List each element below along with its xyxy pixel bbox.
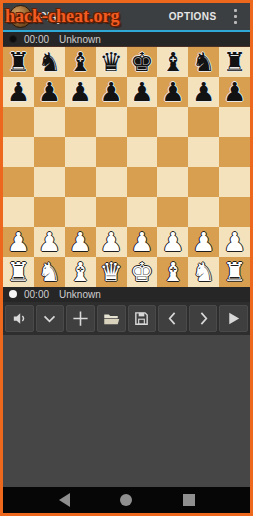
white-knight-piece: ♞ [38,257,61,287]
square-a7[interactable]: ♟ [3,77,34,107]
play-icon [225,310,242,327]
square-a5[interactable] [3,137,34,167]
white-pawn-piece: ♟ [7,227,30,257]
square-h5[interactable] [219,137,250,167]
recents-square-icon [183,494,195,506]
square-f4[interactable] [157,167,188,197]
square-d8[interactable]: ♛ [96,47,127,77]
square-c7[interactable]: ♟ [65,77,96,107]
black-rook-piece: ♜ [7,47,30,77]
black-bishop-piece: ♝ [69,47,92,77]
square-e4[interactable] [127,167,158,197]
square-h1[interactable]: ♜ [219,257,250,287]
player-bar-white: 00:00 Unknown [3,286,250,302]
back-triangle-icon [59,493,70,507]
black-side-dot [9,35,17,43]
page-title: Play [38,9,63,24]
square-h7[interactable]: ♟ [219,77,250,107]
square-h3[interactable] [219,197,250,227]
nav-back-button[interactable] [44,493,84,507]
square-g7[interactable]: ♟ [188,77,219,107]
square-a8[interactable]: ♜ [3,47,34,77]
square-b2[interactable]: ♟ [34,227,65,257]
square-h8[interactable]: ♜ [219,47,250,77]
square-f5[interactable] [157,137,188,167]
square-a1[interactable]: ♜ [3,257,34,287]
player-bar-black: 00:00 Unknown [3,32,250,46]
square-f8[interactable]: ♝ [157,47,188,77]
empty-panel [3,335,250,487]
chevron-right-icon [195,310,212,327]
overflow-menu-icon[interactable] [227,4,247,30]
white-pawn-piece: ♟ [192,227,215,257]
square-e3[interactable] [127,197,158,227]
white-queen-piece: ♛ [99,257,122,287]
square-d2[interactable]: ♟ [96,227,127,257]
new-game-button[interactable] [66,305,95,332]
plus-icon [71,309,90,328]
black-knight-piece: ♞ [192,47,215,77]
square-c2[interactable]: ♟ [65,227,96,257]
square-d3[interactable] [96,197,127,227]
square-g2[interactable]: ♟ [188,227,219,257]
nav-home-button[interactable] [106,494,146,506]
square-g4[interactable] [188,167,219,197]
white-pawn-piece: ♟ [130,227,153,257]
black-queen-piece: ♛ [99,47,122,77]
square-g6[interactable] [188,107,219,137]
square-b6[interactable] [34,107,65,137]
white-pawn-piece: ♟ [161,227,184,257]
square-d6[interactable] [96,107,127,137]
app-window: hack-cheat.org ♞ Play OPTIONS 00:00 Unkn… [0,0,253,516]
black-pawn-piece: ♟ [223,77,246,107]
white-clock: 00:00 [24,289,49,300]
square-a3[interactable] [3,197,34,227]
save-button[interactable] [128,305,157,332]
square-c1[interactable]: ♝ [65,257,96,287]
square-h4[interactable] [219,167,250,197]
white-rook-piece: ♜ [223,257,246,287]
white-knight-piece: ♞ [192,257,215,287]
square-e7[interactable]: ♟ [127,77,158,107]
black-rook-piece: ♜ [223,47,246,77]
black-player-name: Unknown [59,34,101,45]
square-a4[interactable] [3,167,34,197]
toolbar [3,302,250,335]
square-c5[interactable] [65,137,96,167]
square-c4[interactable] [65,167,96,197]
chevron-down-icon [41,310,58,327]
square-b4[interactable] [34,167,65,197]
floppy-disk-icon [133,310,150,327]
black-pawn-piece: ♟ [161,77,184,107]
white-pawn-piece: ♟ [38,227,61,257]
square-c3[interactable] [65,197,96,227]
square-d5[interactable] [96,137,127,167]
square-e6[interactable] [127,107,158,137]
white-player-name: Unknown [59,289,101,300]
chess-board[interactable]: ♜♞♝♛♚♝♞♜♟♟♟♟♟♟♟♟♟♟♟♟♟♟♟♟♜♞♝♛♚♝♞♜ [3,46,250,286]
chevron-left-icon [164,310,181,327]
square-a6[interactable] [3,107,34,137]
square-a2[interactable]: ♟ [3,227,34,257]
black-pawn-piece: ♟ [192,77,215,107]
square-e2[interactable]: ♟ [127,227,158,257]
black-pawn-piece: ♟ [38,77,61,107]
black-pawn-piece: ♟ [130,77,153,107]
home-circle-icon [120,494,132,506]
square-c6[interactable] [65,107,96,137]
volume-button[interactable] [5,305,34,332]
nav-recents-button[interactable] [169,494,209,506]
app-icon: ♞ [9,5,32,28]
white-pawn-piece: ♟ [99,227,122,257]
black-pawn-piece: ♟ [7,77,30,107]
square-f3[interactable] [157,197,188,227]
square-h2[interactable]: ♟ [219,227,250,257]
collapse-button[interactable] [36,305,65,332]
black-clock: 00:00 [24,34,49,45]
white-king-piece: ♚ [130,257,153,287]
square-d7[interactable]: ♟ [96,77,127,107]
square-b3[interactable] [34,197,65,227]
android-nav-bar [3,487,250,513]
square-b1[interactable]: ♞ [34,257,65,287]
square-g3[interactable] [188,197,219,227]
white-pawn-piece: ♟ [223,227,246,257]
square-c8[interactable]: ♝ [65,47,96,77]
white-rook-piece: ♜ [7,257,30,287]
autoplay-button[interactable] [219,305,248,332]
white-pawn-piece: ♟ [69,227,92,257]
step-forward-button[interactable] [189,305,218,332]
action-bar: ♞ Play OPTIONS [3,3,250,30]
open-button[interactable] [97,305,126,332]
square-f6[interactable] [157,107,188,137]
square-b7[interactable]: ♟ [34,77,65,107]
square-g5[interactable] [188,137,219,167]
square-e5[interactable] [127,137,158,167]
white-bishop-piece: ♝ [161,257,184,287]
black-bishop-piece: ♝ [161,47,184,77]
black-king-piece: ♚ [130,47,153,77]
volume-icon [11,310,28,327]
square-h6[interactable] [219,107,250,137]
square-e8[interactable]: ♚ [127,47,158,77]
black-pawn-piece: ♟ [69,77,92,107]
square-g8[interactable]: ♞ [188,47,219,77]
black-pawn-piece: ♟ [99,77,122,107]
white-bishop-piece: ♝ [69,257,92,287]
square-f1[interactable]: ♝ [157,257,188,287]
square-d4[interactable] [96,167,127,197]
options-button[interactable]: OPTIONS [159,5,227,28]
black-knight-piece: ♞ [38,47,61,77]
step-back-button[interactable] [158,305,187,332]
white-side-dot [9,290,17,298]
square-b5[interactable] [34,137,65,167]
folder-icon [102,310,120,328]
square-f2[interactable]: ♟ [157,227,188,257]
square-f7[interactable]: ♟ [157,77,188,107]
square-g1[interactable]: ♞ [188,257,219,287]
square-e1[interactable]: ♚ [127,257,158,287]
square-b8[interactable]: ♞ [34,47,65,77]
square-d1[interactable]: ♛ [96,257,127,287]
